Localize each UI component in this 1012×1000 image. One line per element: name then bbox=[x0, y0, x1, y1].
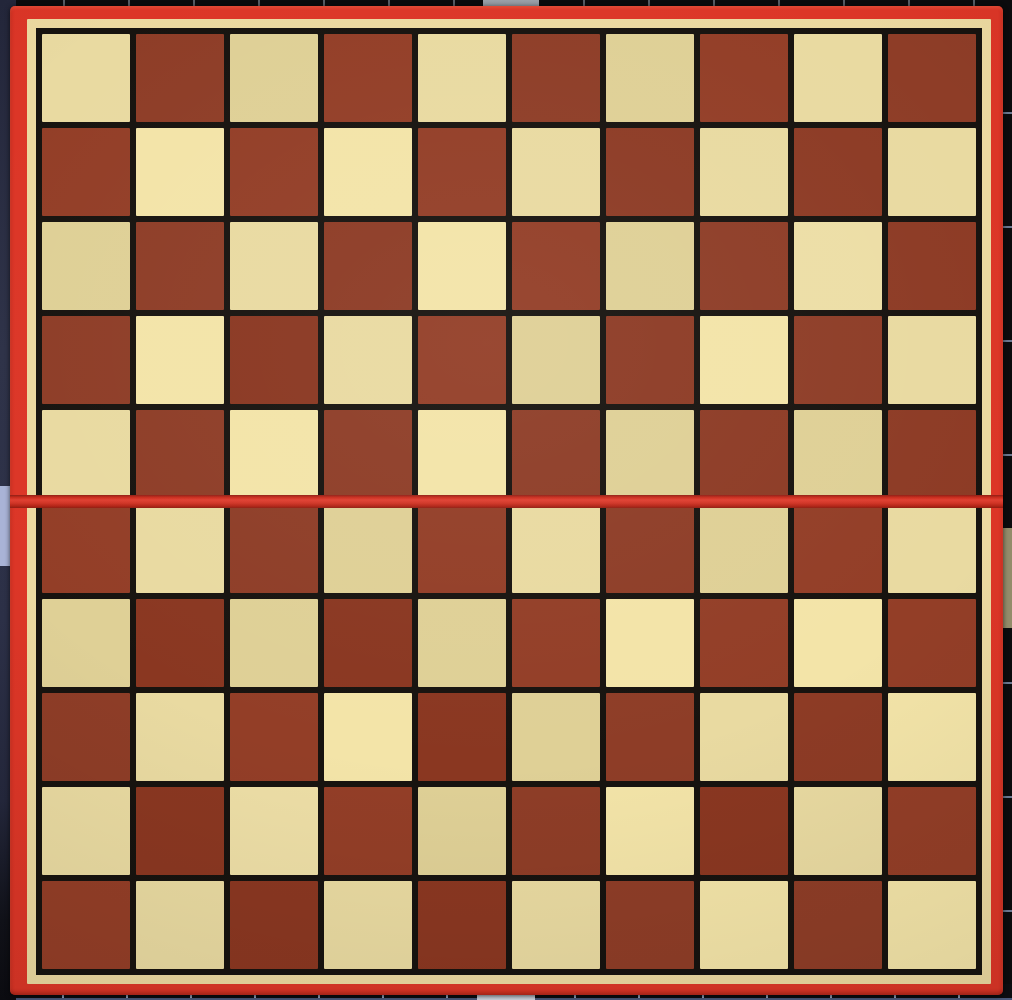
board-square[interactable] bbox=[418, 316, 506, 404]
board-square[interactable] bbox=[42, 222, 130, 310]
board-square[interactable] bbox=[324, 881, 412, 969]
board-square[interactable] bbox=[230, 693, 318, 781]
board-square[interactable] bbox=[324, 410, 412, 498]
board-square[interactable] bbox=[606, 504, 694, 592]
board-square[interactable] bbox=[700, 316, 788, 404]
board-square[interactable] bbox=[888, 128, 976, 216]
board-square[interactable] bbox=[418, 787, 506, 875]
board-square[interactable] bbox=[136, 599, 224, 687]
board-square[interactable] bbox=[512, 787, 600, 875]
board-square[interactable] bbox=[606, 787, 694, 875]
board-square[interactable] bbox=[230, 128, 318, 216]
board-square[interactable] bbox=[324, 599, 412, 687]
board-square[interactable] bbox=[324, 222, 412, 310]
board-square[interactable] bbox=[230, 599, 318, 687]
board-square[interactable] bbox=[136, 222, 224, 310]
board-square[interactable] bbox=[512, 410, 600, 498]
board-square[interactable] bbox=[606, 34, 694, 122]
board-square[interactable] bbox=[794, 316, 882, 404]
board-square[interactable] bbox=[888, 34, 976, 122]
board-square[interactable] bbox=[606, 316, 694, 404]
board-square[interactable] bbox=[794, 410, 882, 498]
board-square[interactable] bbox=[418, 599, 506, 687]
board-square[interactable] bbox=[230, 222, 318, 310]
board-square[interactable] bbox=[42, 128, 130, 216]
board-square[interactable] bbox=[136, 316, 224, 404]
board-square[interactable] bbox=[324, 316, 412, 404]
board-square[interactable] bbox=[512, 881, 600, 969]
board-square[interactable] bbox=[136, 504, 224, 592]
board-square[interactable] bbox=[606, 410, 694, 498]
board-square[interactable] bbox=[512, 222, 600, 310]
board-square[interactable] bbox=[700, 222, 788, 310]
board-square[interactable] bbox=[794, 599, 882, 687]
board-square[interactable] bbox=[42, 881, 130, 969]
board-square[interactable] bbox=[794, 881, 882, 969]
board-square[interactable] bbox=[700, 410, 788, 498]
board-square[interactable] bbox=[512, 693, 600, 781]
board-square[interactable] bbox=[700, 504, 788, 592]
board-square[interactable] bbox=[230, 787, 318, 875]
board-square[interactable] bbox=[794, 787, 882, 875]
board-square[interactable] bbox=[700, 34, 788, 122]
board-square[interactable] bbox=[888, 881, 976, 969]
board-square[interactable] bbox=[888, 599, 976, 687]
board-square[interactable] bbox=[418, 410, 506, 498]
board-square[interactable] bbox=[418, 693, 506, 781]
board-square[interactable] bbox=[512, 128, 600, 216]
board-square[interactable] bbox=[136, 787, 224, 875]
board-square[interactable] bbox=[324, 504, 412, 592]
board-square[interactable] bbox=[512, 316, 600, 404]
board-square[interactable] bbox=[230, 316, 318, 404]
board-square[interactable] bbox=[606, 693, 694, 781]
board-square[interactable] bbox=[136, 128, 224, 216]
board-square[interactable] bbox=[418, 128, 506, 216]
board-square[interactable] bbox=[42, 34, 130, 122]
board-square[interactable] bbox=[700, 128, 788, 216]
board-square[interactable] bbox=[700, 787, 788, 875]
board-square[interactable] bbox=[512, 504, 600, 592]
board-square[interactable] bbox=[794, 128, 882, 216]
board-square[interactable] bbox=[136, 693, 224, 781]
board-square[interactable] bbox=[42, 693, 130, 781]
board-square[interactable] bbox=[888, 504, 976, 592]
board-square[interactable] bbox=[42, 316, 130, 404]
board-square[interactable] bbox=[136, 34, 224, 122]
board-square[interactable] bbox=[230, 34, 318, 122]
board-square[interactable] bbox=[888, 222, 976, 310]
photo-scene bbox=[0, 0, 1012, 1000]
board-square[interactable] bbox=[700, 881, 788, 969]
board-square[interactable] bbox=[606, 599, 694, 687]
board-square[interactable] bbox=[42, 410, 130, 498]
board-square[interactable] bbox=[606, 222, 694, 310]
board-square[interactable] bbox=[42, 787, 130, 875]
board-square[interactable] bbox=[606, 881, 694, 969]
board-square[interactable] bbox=[324, 128, 412, 216]
board-square[interactable] bbox=[794, 693, 882, 781]
board-square[interactable] bbox=[794, 34, 882, 122]
board-square[interactable] bbox=[888, 693, 976, 781]
board-square[interactable] bbox=[230, 504, 318, 592]
board-square[interactable] bbox=[324, 34, 412, 122]
board-square[interactable] bbox=[888, 316, 976, 404]
board-square[interactable] bbox=[136, 410, 224, 498]
board-square[interactable] bbox=[136, 881, 224, 969]
board-square[interactable] bbox=[794, 222, 882, 310]
board-square[interactable] bbox=[888, 787, 976, 875]
board-square[interactable] bbox=[418, 222, 506, 310]
board-square[interactable] bbox=[606, 128, 694, 216]
board-square[interactable] bbox=[794, 504, 882, 592]
board-square[interactable] bbox=[700, 693, 788, 781]
board-square[interactable] bbox=[230, 881, 318, 969]
board-square[interactable] bbox=[888, 410, 976, 498]
board-square[interactable] bbox=[324, 693, 412, 781]
checkers-board bbox=[10, 6, 1003, 995]
board-square[interactable] bbox=[42, 504, 130, 592]
board-square[interactable] bbox=[230, 410, 318, 498]
board-square[interactable] bbox=[418, 504, 506, 592]
board-square[interactable] bbox=[700, 599, 788, 687]
board-square[interactable] bbox=[324, 787, 412, 875]
board-square[interactable] bbox=[512, 34, 600, 122]
board-square[interactable] bbox=[512, 599, 600, 687]
board-square[interactable] bbox=[418, 881, 506, 969]
board-fold-line bbox=[10, 495, 1003, 508]
board-square[interactable] bbox=[418, 34, 506, 122]
board-square[interactable] bbox=[42, 599, 130, 687]
